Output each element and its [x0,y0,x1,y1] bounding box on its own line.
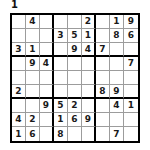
sudoku-cell-given: 4 [82,43,96,57]
sudoku-cell-given: 1 [110,15,124,29]
sudoku-cell-empty[interactable] [26,71,40,85]
sudoku-cell-empty[interactable] [68,71,82,85]
sudoku-cell-empty[interactable] [12,15,26,29]
sudoku-cell-empty[interactable] [110,57,124,71]
sudoku-cell-empty[interactable] [124,71,138,85]
sudoku-cell-empty[interactable] [124,127,138,141]
sudoku-cell-empty[interactable] [12,99,26,113]
sudoku-cell-empty[interactable] [124,85,138,99]
sudoku-cell-empty[interactable] [68,57,82,71]
sudoku-cell-given: 2 [26,113,40,127]
sudoku-cell-given: 6 [68,113,82,127]
sudoku-cell-given: 5 [68,29,82,43]
sudoku-cell-empty[interactable] [82,127,96,141]
sudoku-cell-empty[interactable] [40,113,54,127]
sudoku-cell-given: 7 [110,127,124,141]
sudoku-cell-empty[interactable] [96,29,110,43]
sudoku-cell-empty[interactable] [82,85,96,99]
sudoku-cell-given: 1 [26,43,40,57]
sudoku-cell-empty[interactable] [110,43,124,57]
sudoku-cell-empty[interactable] [12,71,26,85]
sudoku-cell-given: 9 [124,15,138,29]
sudoku-cell-given: 1 [54,113,68,127]
sudoku-cell-empty[interactable] [96,127,110,141]
sudoku-cell-empty[interactable] [40,85,54,99]
sudoku-cell-given: 6 [124,29,138,43]
sudoku-cell-empty[interactable] [40,43,54,57]
sudoku-cell-empty[interactable] [96,57,110,71]
sudoku-cell-given: 8 [96,85,110,99]
sudoku-cell-given: 6 [26,127,40,141]
sudoku-cell-empty[interactable] [124,113,138,127]
sudoku-cell-empty[interactable] [82,71,96,85]
sudoku-cell-empty[interactable] [82,57,96,71]
sudoku-cell-empty[interactable] [26,85,40,99]
sudoku-cell-given: 7 [124,57,138,71]
sudoku-page: 1 4219351863194794728995241421691687 [0,0,150,150]
sudoku-cell-given: 8 [110,29,124,43]
sudoku-cell-empty[interactable] [82,99,96,113]
sudoku-cell-empty[interactable] [54,57,68,71]
sudoku-cell-empty[interactable] [12,29,26,43]
sudoku-cell-empty[interactable] [96,71,110,85]
sudoku-cell-given: 4 [12,113,26,127]
sudoku-cell-empty[interactable] [40,29,54,43]
sudoku-cell-given: 2 [68,99,82,113]
puzzle-number-label: 1 [11,0,18,12]
sudoku-cell-given: 9 [82,113,96,127]
sudoku-cell-empty[interactable] [40,15,54,29]
sudoku-cell-empty[interactable] [40,127,54,141]
sudoku-board: 4219351863194794728995241421691687 [10,13,140,143]
sudoku-cell-empty[interactable] [68,15,82,29]
sudoku-cell-given: 9 [26,57,40,71]
sudoku-cell-given: 7 [96,43,110,57]
sudoku-cell-given: 1 [82,29,96,43]
sudoku-cell-empty[interactable] [26,29,40,43]
sudoku-cell-empty[interactable] [68,127,82,141]
sudoku-cell-given: 8 [54,127,68,141]
sudoku-cell-empty[interactable] [54,85,68,99]
sudoku-cell-empty[interactable] [96,113,110,127]
sudoku-cell-empty[interactable] [54,43,68,57]
sudoku-cell-given: 9 [110,85,124,99]
sudoku-cell-given: 4 [40,57,54,71]
sudoku-cell-empty[interactable] [110,71,124,85]
sudoku-cell-empty[interactable] [40,71,54,85]
sudoku-cell-given: 9 [40,99,54,113]
sudoku-cell-given: 2 [82,15,96,29]
sudoku-cell-empty[interactable] [26,99,40,113]
sudoku-cell-given: 4 [26,15,40,29]
sudoku-cell-empty[interactable] [54,71,68,85]
sudoku-cell-given: 9 [68,43,82,57]
sudoku-cell-given: 1 [124,99,138,113]
sudoku-cell-given: 3 [54,29,68,43]
sudoku-cell-given: 2 [12,85,26,99]
sudoku-cell-empty[interactable] [12,57,26,71]
sudoku-cell-empty[interactable] [124,43,138,57]
sudoku-cell-given: 1 [12,127,26,141]
sudoku-cell-empty[interactable] [68,85,82,99]
sudoku-cell-empty[interactable] [110,113,124,127]
sudoku-cell-given: 5 [54,99,68,113]
sudoku-cell-empty[interactable] [96,15,110,29]
sudoku-cell-given: 3 [12,43,26,57]
sudoku-cell-empty[interactable] [96,99,110,113]
sudoku-cell-given: 4 [110,99,124,113]
sudoku-cell-empty[interactable] [54,15,68,29]
